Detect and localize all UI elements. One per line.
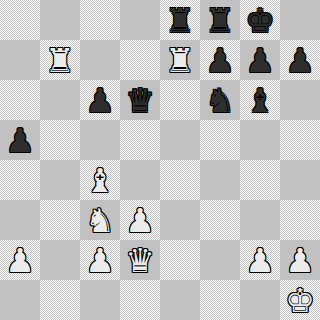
black-pawn-icon: ♟ [240, 40, 280, 80]
square-f7[interactable]: ♟ [200, 40, 240, 80]
square-c8[interactable] [80, 0, 120, 40]
white-bishop-icon: ♝ [80, 160, 120, 200]
square-b4[interactable] [40, 160, 80, 200]
black-pawn-icon: ♟ [0, 120, 40, 160]
white-queen-icon: ♛ [120, 240, 160, 280]
square-e5[interactable] [160, 120, 200, 160]
square-a4[interactable] [0, 160, 40, 200]
square-d4[interactable] [120, 160, 160, 200]
square-b5[interactable] [40, 120, 80, 160]
square-b7[interactable]: ♜ [40, 40, 80, 80]
square-f1[interactable] [200, 280, 240, 320]
square-b6[interactable] [40, 80, 80, 120]
square-d6[interactable]: ♛ [120, 80, 160, 120]
square-g3[interactable] [240, 200, 280, 240]
square-c4[interactable]: ♝ [80, 160, 120, 200]
square-e4[interactable] [160, 160, 200, 200]
square-h1[interactable]: ♚ [280, 280, 320, 320]
square-a7[interactable] [0, 40, 40, 80]
square-e3[interactable] [160, 200, 200, 240]
square-f3[interactable] [200, 200, 240, 240]
black-queen-icon: ♛ [120, 80, 160, 120]
square-f5[interactable] [200, 120, 240, 160]
square-g1[interactable] [240, 280, 280, 320]
square-e6[interactable] [160, 80, 200, 120]
square-h3[interactable] [280, 200, 320, 240]
square-e8[interactable]: ♜ [160, 0, 200, 40]
square-f2[interactable] [200, 240, 240, 280]
black-pawn-icon: ♟ [200, 40, 240, 80]
white-pawn-icon: ♟ [80, 240, 120, 280]
black-king-icon: ♚ [240, 0, 280, 40]
square-h7[interactable]: ♟ [280, 40, 320, 80]
square-a6[interactable] [0, 80, 40, 120]
black-knight-icon: ♞ [200, 80, 240, 120]
black-rook-icon: ♜ [200, 0, 240, 40]
square-b2[interactable] [40, 240, 80, 280]
white-pawn-icon: ♟ [240, 240, 280, 280]
black-bishop-icon: ♝ [240, 80, 280, 120]
square-e1[interactable] [160, 280, 200, 320]
square-b3[interactable] [40, 200, 80, 240]
black-pawn-icon: ♟ [80, 80, 120, 120]
square-f8[interactable]: ♜ [200, 0, 240, 40]
square-a2[interactable]: ♟ [0, 240, 40, 280]
square-b1[interactable] [40, 280, 80, 320]
square-g8[interactable]: ♚ [240, 0, 280, 40]
square-a5[interactable]: ♟ [0, 120, 40, 160]
square-d3[interactable]: ♟ [120, 200, 160, 240]
black-pawn-icon: ♟ [280, 40, 320, 80]
white-pawn-icon: ♟ [0, 240, 40, 280]
square-g4[interactable] [240, 160, 280, 200]
white-rook-icon: ♜ [160, 40, 200, 80]
square-f6[interactable]: ♞ [200, 80, 240, 120]
square-c6[interactable]: ♟ [80, 80, 120, 120]
white-pawn-icon: ♟ [120, 200, 160, 240]
square-c3[interactable]: ♞ [80, 200, 120, 240]
square-d1[interactable] [120, 280, 160, 320]
chess-board: ♜♜♚♜♜♟♟♟♟♛♞♝♟♝♞♟♟♟♛♟♟♚ [0, 0, 320, 320]
white-knight-icon: ♞ [80, 200, 120, 240]
square-d5[interactable] [120, 120, 160, 160]
square-d8[interactable] [120, 0, 160, 40]
square-g2[interactable]: ♟ [240, 240, 280, 280]
square-g7[interactable]: ♟ [240, 40, 280, 80]
square-h8[interactable] [280, 0, 320, 40]
square-a1[interactable] [0, 280, 40, 320]
square-c5[interactable] [80, 120, 120, 160]
square-e2[interactable] [160, 240, 200, 280]
square-d7[interactable] [120, 40, 160, 80]
square-h5[interactable] [280, 120, 320, 160]
white-pawn-icon: ♟ [280, 240, 320, 280]
square-g6[interactable]: ♝ [240, 80, 280, 120]
white-rook-icon: ♜ [40, 40, 80, 80]
black-rook-icon: ♜ [160, 0, 200, 40]
square-g5[interactable] [240, 120, 280, 160]
square-h2[interactable]: ♟ [280, 240, 320, 280]
square-h6[interactable] [280, 80, 320, 120]
square-e7[interactable]: ♜ [160, 40, 200, 80]
square-b8[interactable] [40, 0, 80, 40]
white-king-icon: ♚ [280, 280, 320, 320]
square-a8[interactable] [0, 0, 40, 40]
square-c2[interactable]: ♟ [80, 240, 120, 280]
square-h4[interactable] [280, 160, 320, 200]
square-a3[interactable] [0, 200, 40, 240]
square-f4[interactable] [200, 160, 240, 200]
square-d2[interactable]: ♛ [120, 240, 160, 280]
square-c1[interactable] [80, 280, 120, 320]
square-c7[interactable] [80, 40, 120, 80]
